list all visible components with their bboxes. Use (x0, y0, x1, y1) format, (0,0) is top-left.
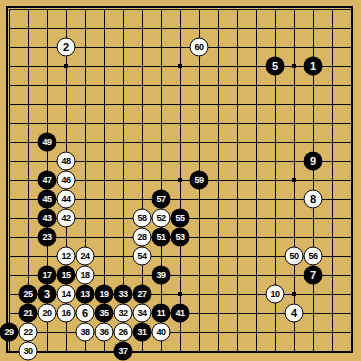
stone-white-46: 46 (57, 171, 76, 190)
move-number: 54 (137, 252, 146, 261)
stone-black-17: 17 (38, 266, 57, 285)
move-number: 14 (61, 290, 70, 299)
stone-black-39: 39 (152, 266, 171, 285)
stone-black-45: 45 (38, 190, 57, 209)
move-number: 13 (80, 290, 89, 299)
move-number: 21 (23, 309, 32, 318)
move-number: 60 (194, 43, 203, 52)
move-number: 16 (61, 309, 70, 318)
move-number: 20 (42, 309, 51, 318)
stone-white-42: 42 (57, 209, 76, 228)
move-number: 26 (118, 328, 127, 337)
move-number: 23 (42, 233, 51, 242)
move-number: 34 (137, 309, 146, 318)
move-number: 45 (42, 195, 51, 204)
stone-black-21: 21 (19, 304, 38, 323)
stone-white-52: 52 (152, 209, 171, 228)
stone-black-25: 25 (19, 285, 38, 304)
move-number: 30 (23, 347, 32, 356)
move-number: 44 (61, 195, 70, 204)
stone-black-5: 5 (266, 57, 285, 76)
stone-black-11: 11 (152, 304, 171, 323)
stone-white-16: 16 (57, 304, 76, 323)
move-number: 57 (156, 195, 165, 204)
move-number: 2 (63, 42, 69, 53)
hoshi-point (292, 64, 296, 68)
move-number: 42 (61, 214, 70, 223)
move-number: 48 (61, 157, 70, 166)
move-number: 6 (82, 308, 88, 319)
stone-black-15: 15 (57, 266, 76, 285)
stone-black-43: 43 (38, 209, 57, 228)
move-number: 25 (23, 290, 32, 299)
stone-black-57: 57 (152, 190, 171, 209)
stone-white-20: 20 (38, 304, 57, 323)
move-number: 37 (118, 347, 127, 356)
stone-white-26: 26 (114, 323, 133, 342)
stone-white-54: 54 (133, 247, 152, 266)
hoshi-point (64, 64, 68, 68)
hoshi-point (178, 64, 182, 68)
move-number: 43 (42, 214, 51, 223)
move-number: 1 (310, 61, 316, 72)
move-number: 9 (310, 156, 316, 167)
move-number: 50 (289, 252, 298, 261)
move-number: 41 (175, 309, 184, 318)
hoshi-point (292, 292, 296, 296)
move-number: 7 (310, 270, 316, 281)
stone-white-28: 28 (133, 228, 152, 247)
stone-white-34: 34 (133, 304, 152, 323)
move-number: 10 (270, 290, 279, 299)
move-number: 52 (156, 214, 165, 223)
move-number: 39 (156, 271, 165, 280)
stone-black-31: 31 (133, 323, 152, 342)
move-number: 12 (61, 252, 70, 261)
move-number: 33 (118, 290, 127, 299)
stone-black-53: 53 (171, 228, 190, 247)
move-number: 51 (156, 233, 165, 242)
move-number: 29 (4, 328, 13, 337)
stone-white-6: 6 (76, 304, 95, 323)
move-number: 59 (194, 176, 203, 185)
move-number: 32 (118, 309, 127, 318)
stone-black-55: 55 (171, 209, 190, 228)
move-number: 31 (137, 328, 146, 337)
stone-black-23: 23 (38, 228, 57, 247)
stone-white-56: 56 (304, 247, 323, 266)
stone-black-9: 9 (304, 152, 323, 171)
stone-white-58: 58 (133, 209, 152, 228)
stone-white-38: 38 (76, 323, 95, 342)
stone-black-41: 41 (171, 304, 190, 323)
move-number: 19 (99, 290, 108, 299)
stone-black-49: 49 (38, 133, 57, 152)
stone-black-29: 29 (0, 323, 19, 342)
stone-black-47: 47 (38, 171, 57, 190)
stone-white-24: 24 (76, 247, 95, 266)
stone-white-22: 22 (19, 323, 38, 342)
move-number: 15 (61, 271, 70, 280)
hoshi-point (292, 178, 296, 182)
move-number: 24 (80, 252, 89, 261)
stone-black-59: 59 (190, 171, 209, 190)
stone-white-60: 60 (190, 38, 209, 57)
stone-black-3: 3 (38, 285, 57, 304)
stone-white-44: 44 (57, 190, 76, 209)
move-number: 49 (42, 138, 51, 147)
stone-white-8: 8 (304, 190, 323, 209)
move-number: 58 (137, 214, 146, 223)
move-number: 22 (23, 328, 32, 337)
move-number: 28 (137, 233, 146, 242)
stone-black-37: 37 (114, 342, 133, 361)
move-number: 11 (157, 309, 166, 318)
go-kifu-diagram: 1234567891011121314151617181920212223242… (0, 0, 361, 361)
hoshi-point (178, 292, 182, 296)
move-number: 53 (175, 233, 184, 242)
stone-black-1: 1 (304, 57, 323, 76)
stone-white-14: 14 (57, 285, 76, 304)
move-number: 46 (61, 176, 70, 185)
move-number: 56 (308, 252, 317, 261)
stone-white-36: 36 (95, 323, 114, 342)
stone-black-33: 33 (114, 285, 133, 304)
move-number: 5 (272, 61, 278, 72)
stone-white-50: 50 (285, 247, 304, 266)
move-number: 55 (175, 214, 184, 223)
stone-black-7: 7 (304, 266, 323, 285)
stone-white-48: 48 (57, 152, 76, 171)
stone-white-2: 2 (57, 38, 76, 57)
stone-black-19: 19 (95, 285, 114, 304)
move-number: 18 (80, 271, 89, 280)
stone-black-27: 27 (133, 285, 152, 304)
stone-white-18: 18 (76, 266, 95, 285)
stone-white-12: 12 (57, 247, 76, 266)
stone-white-10: 10 (266, 285, 285, 304)
move-number: 27 (137, 290, 146, 299)
move-number: 35 (99, 309, 108, 318)
stone-black-51: 51 (152, 228, 171, 247)
move-number: 47 (42, 176, 51, 185)
move-number: 36 (99, 328, 108, 337)
move-number: 38 (80, 328, 89, 337)
move-number: 4 (291, 308, 297, 319)
move-number: 17 (42, 271, 51, 280)
stone-white-40: 40 (152, 323, 171, 342)
stone-black-35: 35 (95, 304, 114, 323)
stone-white-30: 30 (19, 342, 38, 361)
stone-white-32: 32 (114, 304, 133, 323)
stone-white-4: 4 (285, 304, 304, 323)
stone-black-13: 13 (76, 285, 95, 304)
move-number: 3 (44, 289, 50, 300)
move-number: 8 (310, 194, 316, 205)
hoshi-point (178, 178, 182, 182)
move-number: 40 (156, 328, 165, 337)
